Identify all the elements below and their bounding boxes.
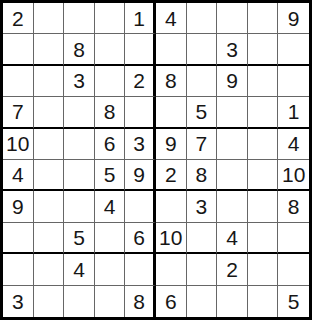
cell-r4c8[interactable] [217, 97, 248, 128]
cell-r9c9[interactable] [248, 254, 279, 285]
cell-r9c10[interactable] [278, 254, 309, 285]
cell-r5c5[interactable]: 3 [125, 129, 156, 160]
cell-r6c10[interactable]: 10 [278, 160, 309, 191]
cell-r5c2[interactable] [34, 129, 65, 160]
cell-r10c4[interactable] [95, 286, 126, 317]
cell-r5c8[interactable] [217, 129, 248, 160]
cell-r2c7[interactable] [187, 34, 218, 65]
cell-r7c7[interactable]: 3 [187, 191, 218, 222]
cell-r6c7[interactable]: 8 [187, 160, 218, 191]
cell-r10c2[interactable] [34, 286, 65, 317]
cell-r7c4[interactable]: 4 [95, 191, 126, 222]
cell-r3c7[interactable] [187, 66, 218, 97]
cell-r2c3[interactable]: 8 [64, 34, 95, 65]
cell-r6c5[interactable]: 9 [125, 160, 156, 191]
cell-r2c5[interactable] [125, 34, 156, 65]
cell-r2c10[interactable] [278, 34, 309, 65]
cell-r8c7[interactable] [187, 223, 218, 254]
cell-r6c4[interactable]: 5 [95, 160, 126, 191]
cell-r1c7[interactable] [187, 3, 218, 34]
cell-r3c8[interactable]: 9 [217, 66, 248, 97]
cell-r8c6[interactable]: 10 [156, 223, 187, 254]
cell-r5c3[interactable] [64, 129, 95, 160]
cell-r3c9[interactable] [248, 66, 279, 97]
cell-r8c1[interactable] [3, 223, 34, 254]
cell-r1c10[interactable]: 9 [278, 3, 309, 34]
cell-r2c8[interactable]: 3 [217, 34, 248, 65]
cell-r7c9[interactable] [248, 191, 279, 222]
cell-r10c7[interactable] [187, 286, 218, 317]
cell-r6c9[interactable] [248, 160, 279, 191]
cell-r4c6[interactable] [156, 97, 187, 128]
cell-r10c3[interactable] [64, 286, 95, 317]
cell-r7c3[interactable] [64, 191, 95, 222]
cell-r9c7[interactable] [187, 254, 218, 285]
cell-r8c2[interactable] [34, 223, 65, 254]
cell-r6c3[interactable] [64, 160, 95, 191]
cell-r10c8[interactable] [217, 286, 248, 317]
cell-r6c1[interactable]: 4 [3, 160, 34, 191]
cell-r5c1[interactable]: 10 [3, 129, 34, 160]
cell-r4c1[interactable]: 7 [3, 97, 34, 128]
cell-r9c3[interactable]: 4 [64, 254, 95, 285]
cell-r4c5[interactable] [125, 97, 156, 128]
cell-r8c5[interactable]: 6 [125, 223, 156, 254]
cell-r4c7[interactable]: 5 [187, 97, 218, 128]
cell-r9c5[interactable] [125, 254, 156, 285]
cell-r2c1[interactable] [3, 34, 34, 65]
cell-r7c5[interactable] [125, 191, 156, 222]
cell-r7c2[interactable] [34, 191, 65, 222]
cell-r1c8[interactable] [217, 3, 248, 34]
cell-r5c10[interactable]: 4 [278, 129, 309, 160]
cell-r3c4[interactable] [95, 66, 126, 97]
cell-r6c2[interactable] [34, 160, 65, 191]
cell-r5c9[interactable] [248, 129, 279, 160]
cell-r9c4[interactable] [95, 254, 126, 285]
cell-r4c10[interactable]: 1 [278, 97, 309, 128]
cell-r7c1[interactable]: 9 [3, 191, 34, 222]
cell-r1c5[interactable]: 1 [125, 3, 156, 34]
cell-r8c8[interactable]: 4 [217, 223, 248, 254]
cell-r1c3[interactable] [64, 3, 95, 34]
cell-r3c6[interactable]: 8 [156, 66, 187, 97]
cell-r8c3[interactable]: 5 [64, 223, 95, 254]
cell-r8c9[interactable] [248, 223, 279, 254]
cell-r1c6[interactable]: 4 [156, 3, 187, 34]
cell-r7c10[interactable]: 8 [278, 191, 309, 222]
sudoku-board: 2149833289785110639744592810943856104423… [0, 0, 312, 320]
cell-r6c6[interactable]: 2 [156, 160, 187, 191]
cell-r2c2[interactable] [34, 34, 65, 65]
cell-r5c4[interactable]: 6 [95, 129, 126, 160]
cell-r10c5[interactable]: 8 [125, 286, 156, 317]
cell-r8c4[interactable] [95, 223, 126, 254]
cell-r2c9[interactable] [248, 34, 279, 65]
cell-r4c2[interactable] [34, 97, 65, 128]
cell-r1c1[interactable]: 2 [3, 3, 34, 34]
cell-r10c10[interactable]: 5 [278, 286, 309, 317]
cell-r2c4[interactable] [95, 34, 126, 65]
cell-r4c9[interactable] [248, 97, 279, 128]
cell-r4c4[interactable]: 8 [95, 97, 126, 128]
cell-r9c2[interactable] [34, 254, 65, 285]
cell-r2c6[interactable] [156, 34, 187, 65]
cell-r7c8[interactable] [217, 191, 248, 222]
cell-r9c6[interactable] [156, 254, 187, 285]
cell-r10c1[interactable]: 3 [3, 286, 34, 317]
cell-r1c9[interactable] [248, 3, 279, 34]
cell-r10c9[interactable] [248, 286, 279, 317]
cell-r9c1[interactable] [3, 254, 34, 285]
cell-r9c8[interactable]: 2 [217, 254, 248, 285]
cell-r5c7[interactable]: 7 [187, 129, 218, 160]
cell-r4c3[interactable] [64, 97, 95, 128]
cell-r3c5[interactable]: 2 [125, 66, 156, 97]
cell-r3c3[interactable]: 3 [64, 66, 95, 97]
cell-r3c2[interactable] [34, 66, 65, 97]
cell-r5c6[interactable]: 9 [156, 129, 187, 160]
cell-r8c10[interactable] [278, 223, 309, 254]
cell-r10c6[interactable]: 6 [156, 286, 187, 317]
cell-r6c8[interactable] [217, 160, 248, 191]
cell-r7c6[interactable] [156, 191, 187, 222]
cell-r3c10[interactable] [278, 66, 309, 97]
cell-r1c2[interactable] [34, 3, 65, 34]
cell-r1c4[interactable] [95, 3, 126, 34]
cell-r3c1[interactable] [3, 66, 34, 97]
